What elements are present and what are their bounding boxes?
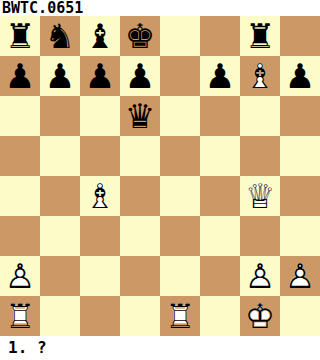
square-d5[interactable] <box>120 136 160 176</box>
square-d4[interactable] <box>120 176 160 216</box>
square-a4[interactable] <box>0 176 40 216</box>
black-pawn: ♟ <box>40 56 80 96</box>
square-f1[interactable] <box>200 296 240 336</box>
square-e2[interactable] <box>160 256 200 296</box>
square-b5[interactable] <box>40 136 80 176</box>
square-e4[interactable] <box>160 176 200 216</box>
chess-board: ♜♞♝♚♜♟♟♟♟♟♝♗♟♛♝♗♛♕♟♙♟♙♟♙♜♖♜♖♚♔ <box>0 16 320 336</box>
square-d2[interactable] <box>120 256 160 296</box>
square-h3[interactable] <box>280 216 320 256</box>
square-c7[interactable]: ♟ <box>80 56 120 96</box>
square-f8[interactable] <box>200 16 240 56</box>
square-h7[interactable]: ♟ <box>280 56 320 96</box>
white-pawn: ♟♙ <box>240 256 280 296</box>
white-rook: ♜♖ <box>0 296 40 336</box>
black-pawn: ♟ <box>200 56 240 96</box>
square-d6[interactable]: ♛ <box>120 96 160 136</box>
puzzle-id-label: BWTC.0651 <box>2 0 83 16</box>
square-a5[interactable] <box>0 136 40 176</box>
square-h8[interactable] <box>280 16 320 56</box>
square-f2[interactable] <box>200 256 240 296</box>
square-e3[interactable] <box>160 216 200 256</box>
square-g1[interactable]: ♚♔ <box>240 296 280 336</box>
black-king: ♚ <box>120 16 160 56</box>
square-g7[interactable]: ♝♗ <box>240 56 280 96</box>
square-a1[interactable]: ♜♖ <box>0 296 40 336</box>
square-a6[interactable] <box>0 96 40 136</box>
square-f6[interactable] <box>200 96 240 136</box>
square-e1[interactable]: ♜♖ <box>160 296 200 336</box>
square-b2[interactable] <box>40 256 80 296</box>
move-prompt: 1. ? <box>8 338 47 357</box>
square-b6[interactable] <box>40 96 80 136</box>
square-a3[interactable] <box>0 216 40 256</box>
square-c4[interactable]: ♝♗ <box>80 176 120 216</box>
black-pawn: ♟ <box>280 56 320 96</box>
square-f3[interactable] <box>200 216 240 256</box>
white-pawn: ♟♙ <box>0 256 40 296</box>
square-d8[interactable]: ♚ <box>120 16 160 56</box>
black-rook: ♜ <box>240 16 280 56</box>
white-king: ♚♔ <box>240 296 280 336</box>
square-c2[interactable] <box>80 256 120 296</box>
square-a8[interactable]: ♜ <box>0 16 40 56</box>
black-rook: ♜ <box>0 16 40 56</box>
square-d1[interactable] <box>120 296 160 336</box>
square-h4[interactable] <box>280 176 320 216</box>
square-g6[interactable] <box>240 96 280 136</box>
square-c5[interactable] <box>80 136 120 176</box>
square-e8[interactable] <box>160 16 200 56</box>
square-d3[interactable] <box>120 216 160 256</box>
square-f5[interactable] <box>200 136 240 176</box>
square-e6[interactable] <box>160 96 200 136</box>
black-bishop: ♝ <box>80 16 120 56</box>
square-c8[interactable]: ♝ <box>80 16 120 56</box>
square-f7[interactable]: ♟ <box>200 56 240 96</box>
square-b8[interactable]: ♞ <box>40 16 80 56</box>
square-b3[interactable] <box>40 216 80 256</box>
square-d7[interactable]: ♟ <box>120 56 160 96</box>
square-h1[interactable] <box>280 296 320 336</box>
square-c6[interactable] <box>80 96 120 136</box>
square-g5[interactable] <box>240 136 280 176</box>
black-knight: ♞ <box>40 16 80 56</box>
square-f4[interactable] <box>200 176 240 216</box>
square-c1[interactable] <box>80 296 120 336</box>
square-b7[interactable]: ♟ <box>40 56 80 96</box>
square-g4[interactable]: ♛♕ <box>240 176 280 216</box>
black-queen: ♛ <box>120 96 160 136</box>
square-h5[interactable] <box>280 136 320 176</box>
square-g2[interactable]: ♟♙ <box>240 256 280 296</box>
white-bishop: ♝♗ <box>240 56 280 96</box>
square-g3[interactable] <box>240 216 280 256</box>
black-pawn: ♟ <box>120 56 160 96</box>
square-e5[interactable] <box>160 136 200 176</box>
square-c3[interactable] <box>80 216 120 256</box>
black-pawn: ♟ <box>80 56 120 96</box>
square-e7[interactable] <box>160 56 200 96</box>
square-g8[interactable]: ♜ <box>240 16 280 56</box>
white-queen: ♛♕ <box>240 176 280 216</box>
black-pawn: ♟ <box>0 56 40 96</box>
white-bishop: ♝♗ <box>80 176 120 216</box>
square-h2[interactable]: ♟♙ <box>280 256 320 296</box>
square-h6[interactable] <box>280 96 320 136</box>
square-a2[interactable]: ♟♙ <box>0 256 40 296</box>
white-rook: ♜♖ <box>160 296 200 336</box>
square-a7[interactable]: ♟ <box>0 56 40 96</box>
square-b4[interactable] <box>40 176 80 216</box>
square-b1[interactable] <box>40 296 80 336</box>
white-pawn: ♟♙ <box>280 256 320 296</box>
